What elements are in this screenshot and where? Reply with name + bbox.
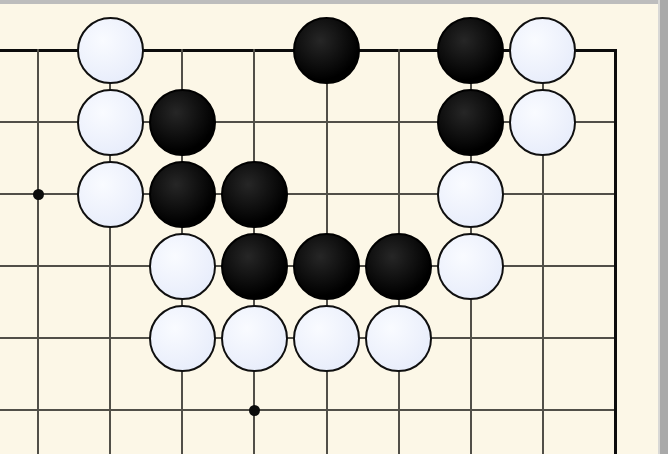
black-stone [149, 161, 216, 228]
intersection-r3c6[interactable] [363, 158, 435, 230]
intersection-r6c6[interactable] [363, 374, 435, 446]
intersection-r3c8[interactable] [507, 158, 579, 230]
intersection-r2c7[interactable] [435, 86, 507, 158]
intersection-r1c8[interactable] [507, 14, 579, 86]
intersection-r4c6[interactable] [363, 230, 435, 302]
intersection-r3c9[interactable] [579, 158, 651, 230]
intersection-r6c4[interactable] [218, 374, 290, 446]
intersection-r1c2[interactable] [74, 14, 146, 86]
window-top-edge [0, 0, 668, 4]
intersection-r2c2[interactable] [74, 86, 146, 158]
black-stone [365, 233, 432, 300]
intersection-r5c2[interactable] [74, 302, 146, 374]
go-board-screen [0, 0, 668, 454]
white-stone [437, 233, 504, 300]
intersection-r4c7[interactable] [435, 230, 507, 302]
intersection-r1c5[interactable] [291, 14, 363, 86]
intersection-r6c3[interactable] [146, 374, 218, 446]
white-stone [77, 161, 144, 228]
black-stone [293, 233, 360, 300]
white-stone [509, 89, 576, 156]
intersection-r4c4[interactable] [218, 230, 290, 302]
black-stone [221, 161, 288, 228]
intersection-r2c8[interactable] [507, 86, 579, 158]
go-board-grid [2, 14, 651, 446]
star-point [249, 405, 260, 416]
intersection-r2c3[interactable] [146, 86, 218, 158]
black-stone [437, 17, 504, 84]
intersection-r4c2[interactable] [74, 230, 146, 302]
intersection-r1c4[interactable] [218, 14, 290, 86]
black-stone [293, 17, 360, 84]
intersection-r1c6[interactable] [363, 14, 435, 86]
intersection-r3c4[interactable] [218, 158, 290, 230]
intersection-r3c3[interactable] [146, 158, 218, 230]
intersection-r6c2[interactable] [74, 374, 146, 446]
white-stone [77, 17, 144, 84]
intersection-r6c9[interactable] [579, 374, 651, 446]
intersection-r4c8[interactable] [507, 230, 579, 302]
white-stone [221, 305, 288, 372]
intersection-r3c1[interactable] [2, 158, 74, 230]
intersection-r2c6[interactable] [363, 86, 435, 158]
white-stone [509, 17, 576, 84]
intersection-r6c1[interactable] [2, 374, 74, 446]
intersection-r5c1[interactable] [2, 302, 74, 374]
window-right-edge [658, 0, 668, 454]
star-point [33, 189, 44, 200]
white-stone [149, 305, 216, 372]
intersection-r5c9[interactable] [579, 302, 651, 374]
intersection-r2c4[interactable] [218, 86, 290, 158]
white-stone [293, 305, 360, 372]
black-stone [149, 89, 216, 156]
intersection-r6c8[interactable] [507, 374, 579, 446]
intersection-r5c8[interactable] [507, 302, 579, 374]
intersection-r4c1[interactable] [2, 230, 74, 302]
intersection-r5c4[interactable] [218, 302, 290, 374]
black-stone [221, 233, 288, 300]
intersection-r1c3[interactable] [146, 14, 218, 86]
intersection-r3c5[interactable] [291, 158, 363, 230]
intersection-r2c5[interactable] [291, 86, 363, 158]
intersection-r5c7[interactable] [435, 302, 507, 374]
intersection-r3c2[interactable] [74, 158, 146, 230]
intersection-r6c7[interactable] [435, 374, 507, 446]
intersection-r1c1[interactable] [2, 14, 74, 86]
white-stone [437, 161, 504, 228]
intersection-r6c5[interactable] [291, 374, 363, 446]
intersection-r4c5[interactable] [291, 230, 363, 302]
white-stone [365, 305, 432, 372]
intersection-r4c9[interactable] [579, 230, 651, 302]
intersection-r2c9[interactable] [579, 86, 651, 158]
white-stone [77, 89, 144, 156]
white-stone [149, 233, 216, 300]
black-stone [437, 89, 504, 156]
intersection-r1c7[interactable] [435, 14, 507, 86]
intersection-r5c6[interactable] [363, 302, 435, 374]
intersection-r3c7[interactable] [435, 158, 507, 230]
intersection-r1c9[interactable] [579, 14, 651, 86]
intersection-r2c1[interactable] [2, 86, 74, 158]
intersection-r4c3[interactable] [146, 230, 218, 302]
intersection-r5c5[interactable] [291, 302, 363, 374]
intersection-r5c3[interactable] [146, 302, 218, 374]
